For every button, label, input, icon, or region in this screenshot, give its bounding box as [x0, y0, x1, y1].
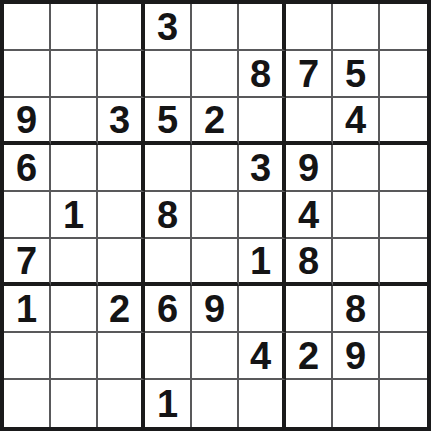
- cell-r7c4-given[interactable]: 6: [145, 286, 192, 333]
- cell-r8c9-empty[interactable]: [380, 333, 427, 380]
- cell-r5c5-empty[interactable]: [192, 192, 239, 239]
- cell-r7c6-empty[interactable]: [239, 286, 286, 333]
- cell-r5c8-empty[interactable]: [333, 192, 380, 239]
- cell-r8c4-empty[interactable]: [145, 333, 192, 380]
- cell-r4c8-empty[interactable]: [333, 145, 380, 192]
- cell-r9c1-empty[interactable]: [4, 380, 51, 427]
- cell-r4c7-given[interactable]: 9: [286, 145, 333, 192]
- cell-r9c2-empty[interactable]: [51, 380, 98, 427]
- cell-r2c9-empty[interactable]: [380, 51, 427, 98]
- cell-r8c8-given[interactable]: 9: [333, 333, 380, 380]
- cell-r7c8-given[interactable]: 8: [333, 286, 380, 333]
- cell-r3c1-given[interactable]: 9: [4, 98, 51, 145]
- cell-r5c1-empty[interactable]: [4, 192, 51, 239]
- cell-r8c7-given[interactable]: 2: [286, 333, 333, 380]
- cell-r5c3-empty[interactable]: [98, 192, 145, 239]
- cell-r6c5-empty[interactable]: [192, 239, 239, 286]
- cell-r5c9-empty[interactable]: [380, 192, 427, 239]
- cell-r4c9-empty[interactable]: [380, 145, 427, 192]
- cell-r3c6-empty[interactable]: [239, 98, 286, 145]
- cell-r9c9-empty[interactable]: [380, 380, 427, 427]
- cell-r7c7-empty[interactable]: [286, 286, 333, 333]
- cell-r1c9-empty[interactable]: [380, 4, 427, 51]
- cell-r1c2-empty[interactable]: [51, 4, 98, 51]
- cell-r5c2-given[interactable]: 1: [51, 192, 98, 239]
- cell-r3c7-empty[interactable]: [286, 98, 333, 145]
- cell-r9c6-empty[interactable]: [239, 380, 286, 427]
- cell-r9c7-empty[interactable]: [286, 380, 333, 427]
- cell-r4c1-given[interactable]: 6: [4, 145, 51, 192]
- cell-r1c1-empty[interactable]: [4, 4, 51, 51]
- cell-r1c5-empty[interactable]: [192, 4, 239, 51]
- cell-r7c5-given[interactable]: 9: [192, 286, 239, 333]
- cell-r8c5-empty[interactable]: [192, 333, 239, 380]
- cell-r3c3-given[interactable]: 3: [98, 98, 145, 145]
- cell-r3c9-empty[interactable]: [380, 98, 427, 145]
- cell-r8c2-empty[interactable]: [51, 333, 98, 380]
- cell-r5c7-given[interactable]: 4: [286, 192, 333, 239]
- cell-r1c8-empty[interactable]: [333, 4, 380, 51]
- cell-r2c7-given[interactable]: 7: [286, 51, 333, 98]
- cell-r6c9-empty[interactable]: [380, 239, 427, 286]
- cell-r9c3-empty[interactable]: [98, 380, 145, 427]
- cell-r6c1-given[interactable]: 7: [4, 239, 51, 286]
- cell-r3c8-given[interactable]: 4: [333, 98, 380, 145]
- cell-r2c5-empty[interactable]: [192, 51, 239, 98]
- cell-r6c8-empty[interactable]: [333, 239, 380, 286]
- cell-r4c4-empty[interactable]: [145, 145, 192, 192]
- cell-r7c1-given[interactable]: 1: [4, 286, 51, 333]
- cell-r2c6-given[interactable]: 8: [239, 51, 286, 98]
- cell-r4c5-empty[interactable]: [192, 145, 239, 192]
- cell-r1c7-empty[interactable]: [286, 4, 333, 51]
- cell-r8c1-empty[interactable]: [4, 333, 51, 380]
- cell-r9c5-empty[interactable]: [192, 380, 239, 427]
- cell-r1c6-empty[interactable]: [239, 4, 286, 51]
- cell-r8c6-given[interactable]: 4: [239, 333, 286, 380]
- cell-r1c4-given[interactable]: 3: [145, 4, 192, 51]
- cell-r2c1-empty[interactable]: [4, 51, 51, 98]
- cell-r6c2-empty[interactable]: [51, 239, 98, 286]
- cell-r6c7-given[interactable]: 8: [286, 239, 333, 286]
- cell-r6c4-empty[interactable]: [145, 239, 192, 286]
- cell-r4c2-empty[interactable]: [51, 145, 98, 192]
- cell-r2c8-given[interactable]: 5: [333, 51, 380, 98]
- cell-r3c5-given[interactable]: 2: [192, 98, 239, 145]
- cell-r3c2-empty[interactable]: [51, 98, 98, 145]
- cell-r4c3-empty[interactable]: [98, 145, 145, 192]
- cell-r7c3-given[interactable]: 2: [98, 286, 145, 333]
- cell-r7c2-empty[interactable]: [51, 286, 98, 333]
- cell-r2c4-empty[interactable]: [145, 51, 192, 98]
- cell-r2c2-empty[interactable]: [51, 51, 98, 98]
- cell-r6c6-given[interactable]: 1: [239, 239, 286, 286]
- cell-r4c6-given[interactable]: 3: [239, 145, 286, 192]
- sudoku-board: 387593524639184718126984291: [0, 0, 431, 431]
- cell-r1c3-empty[interactable]: [98, 4, 145, 51]
- cell-r8c3-empty[interactable]: [98, 333, 145, 380]
- cell-r6c3-empty[interactable]: [98, 239, 145, 286]
- cell-r5c6-empty[interactable]: [239, 192, 286, 239]
- cell-r9c8-empty[interactable]: [333, 380, 380, 427]
- cell-r5c4-given[interactable]: 8: [145, 192, 192, 239]
- cell-r9c4-given[interactable]: 1: [145, 380, 192, 427]
- cell-r7c9-empty[interactable]: [380, 286, 427, 333]
- cell-r2c3-empty[interactable]: [98, 51, 145, 98]
- cell-r3c4-given[interactable]: 5: [145, 98, 192, 145]
